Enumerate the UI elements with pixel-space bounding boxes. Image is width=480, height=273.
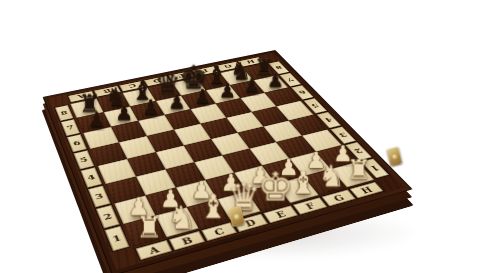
piece-white-bishop[interactable]: ♝ <box>197 191 231 224</box>
piece-black-pawn[interactable]: ♟ <box>214 82 241 101</box>
piece-black-pawn[interactable]: ♟ <box>239 76 265 95</box>
brass-clasp-right <box>387 147 402 166</box>
rank-label-2-left: 2 <box>96 205 120 229</box>
file-label-g-bottom: G <box>322 189 356 206</box>
file-label-f-bottom: F <box>293 197 328 214</box>
board-grid: ABCDEFGH8♜♞♝♛♚♝♞♜87♟♟♟♟♟♟♟♟7665544332♟♟♟… <box>48 53 405 270</box>
file-label-e-bottom: E <box>263 205 298 223</box>
piece-black-pawn[interactable]: ♟ <box>82 109 110 130</box>
piece-black-pawn[interactable]: ♟ <box>262 71 288 90</box>
piece-white-rook[interactable]: ♜ <box>343 156 374 183</box>
piece-white-knight[interactable]: ♞ <box>316 161 348 191</box>
rank-label-5-right: 5 <box>303 98 327 114</box>
square-d5[interactable] <box>174 124 211 146</box>
piece-black-pawn[interactable]: ♟ <box>110 104 138 124</box>
rank-label-7-left: 7 <box>61 119 80 136</box>
piece-black-pawn[interactable]: ♟ <box>137 98 165 118</box>
piece-white-knight[interactable]: ♞ <box>165 201 199 233</box>
rank-label-4-left: 4 <box>80 167 102 188</box>
rank-label-6-left: 6 <box>67 134 87 152</box>
photo-background: ABCDEFGH8♜♞♝♛♚♝♞♜87♟♟♟♟♟♟♟♟7665544332♟♟♟… <box>0 0 480 273</box>
rank-label-8-left: 8 <box>55 105 74 121</box>
piece-black-pawn[interactable]: ♟ <box>163 92 190 112</box>
scene: ABCDEFGH8♜♞♝♛♚♝♞♜87♟♟♟♟♟♟♟♟7665544332♟♟♟… <box>70 0 352 273</box>
piece-white-rook[interactable]: ♜ <box>132 212 167 242</box>
piece-black-pawn[interactable]: ♟ <box>189 87 216 107</box>
square-a7[interactable]: ♟ <box>77 112 111 133</box>
piece-white-king[interactable]: ♚ <box>258 168 291 208</box>
